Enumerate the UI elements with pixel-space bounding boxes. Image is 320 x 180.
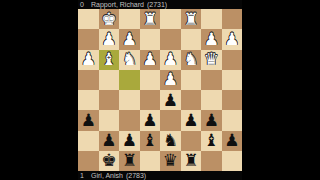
bottom-player-rating: (2783) — [126, 171, 146, 180]
black-pawn-g7[interactable]: ♟ — [101, 132, 116, 149]
black-king-g8[interactable]: ♚ — [101, 152, 116, 169]
square-f6[interactable] — [119, 110, 140, 130]
square-f3[interactable]: ♞ — [119, 50, 140, 70]
square-g3[interactable]: ♝ — [99, 50, 120, 70]
square-h7[interactable] — [78, 131, 99, 151]
square-d7[interactable]: ♞ — [160, 131, 181, 151]
square-e5[interactable] — [140, 90, 161, 110]
black-pawn-h6[interactable]: ♟ — [81, 111, 96, 128]
square-a7[interactable]: ♟ — [222, 131, 243, 151]
white-king-g1[interactable]: ♚ — [101, 10, 116, 27]
square-f5[interactable] — [119, 90, 140, 110]
letterbox-left — [0, 0, 78, 180]
square-h6[interactable]: ♟ — [78, 110, 99, 130]
black-bishop-e7[interactable]: ♝ — [142, 132, 157, 149]
square-g2[interactable]: ♟ — [99, 29, 120, 49]
square-b8[interactable] — [201, 151, 222, 171]
square-g4[interactable] — [99, 70, 120, 90]
black-pawn-f7[interactable]: ♟ — [122, 132, 137, 149]
white-pawn-g2[interactable]: ♟ — [101, 30, 116, 47]
black-knight-d7[interactable]: ♞ — [163, 132, 178, 149]
white-pawn-h3[interactable]: ♟ — [81, 51, 96, 68]
square-e3[interactable]: ♟ — [140, 50, 161, 70]
square-b7[interactable]: ♝ — [201, 131, 222, 151]
letterbox-right — [242, 0, 320, 180]
white-bishop-g3[interactable]: ♝ — [101, 51, 116, 68]
square-g8[interactable]: ♚ — [99, 151, 120, 171]
square-c5[interactable] — [181, 90, 202, 110]
square-a2[interactable]: ♟ — [222, 29, 243, 49]
player-bar-top: 0 Rapport, Richard (2731) — [78, 0, 242, 9]
square-f7[interactable]: ♟ — [119, 131, 140, 151]
square-b5[interactable] — [201, 90, 222, 110]
bottom-player-name: Giri, Anish — [91, 171, 123, 180]
square-a4[interactable] — [222, 70, 243, 90]
square-h8[interactable] — [78, 151, 99, 171]
video-frame: 0 Rapport, Richard (2731) ♚♜♜♟♟♟♟♟♝♞♟♟♞♛… — [0, 0, 320, 180]
square-d6[interactable] — [160, 110, 181, 130]
white-knight-c3[interactable]: ♞ — [183, 51, 198, 68]
top-player-score: 0 — [78, 0, 91, 9]
square-a3[interactable] — [222, 50, 243, 70]
square-c7[interactable] — [181, 131, 202, 151]
square-f8[interactable]: ♜ — [119, 151, 140, 171]
square-c2[interactable] — [181, 29, 202, 49]
white-pawn-f2[interactable]: ♟ — [122, 30, 137, 47]
square-h4[interactable] — [78, 70, 99, 90]
square-d1[interactable] — [160, 9, 181, 29]
square-a6[interactable] — [222, 110, 243, 130]
square-g7[interactable]: ♟ — [99, 131, 120, 151]
square-a5[interactable] — [222, 90, 243, 110]
broadcast-content: 0 Rapport, Richard (2731) ♚♜♜♟♟♟♟♟♝♞♟♟♞♛… — [78, 0, 242, 180]
top-player-rating: (2731) — [147, 0, 167, 9]
square-d3[interactable]: ♟ — [160, 50, 181, 70]
square-b3[interactable]: ♛ — [201, 50, 222, 70]
square-c8[interactable]: ♜ — [181, 151, 202, 171]
square-d8[interactable]: ♛ — [160, 151, 181, 171]
square-d4[interactable]: ♟ — [160, 70, 181, 90]
square-h3[interactable]: ♟ — [78, 50, 99, 70]
square-e4[interactable] — [140, 70, 161, 90]
square-c3[interactable]: ♞ — [181, 50, 202, 70]
white-pawn-b2[interactable]: ♟ — [204, 30, 219, 47]
square-f2[interactable]: ♟ — [119, 29, 140, 49]
square-e8[interactable] — [140, 151, 161, 171]
square-g5[interactable] — [99, 90, 120, 110]
black-bishop-b7[interactable]: ♝ — [204, 132, 219, 149]
square-g1[interactable]: ♚ — [99, 9, 120, 29]
square-h1[interactable] — [78, 9, 99, 29]
square-e2[interactable] — [140, 29, 161, 49]
square-h2[interactable] — [78, 29, 99, 49]
square-c1[interactable]: ♜ — [181, 9, 202, 29]
bottom-player-score: 1 — [78, 171, 91, 180]
white-rook-c1[interactable]: ♜ — [183, 10, 198, 27]
square-b1[interactable] — [201, 9, 222, 29]
black-pawn-d5[interactable]: ♟ — [163, 91, 178, 108]
square-a1[interactable] — [222, 9, 243, 29]
white-pawn-d4[interactable]: ♟ — [163, 71, 178, 88]
white-rook-e1[interactable]: ♜ — [142, 10, 157, 27]
square-f4[interactable] — [119, 70, 140, 90]
white-queen-b3[interactable]: ♛ — [204, 51, 219, 68]
square-d5[interactable]: ♟ — [160, 90, 181, 110]
square-e1[interactable]: ♜ — [140, 9, 161, 29]
square-a8[interactable] — [222, 151, 243, 171]
white-pawn-e3[interactable]: ♟ — [142, 51, 157, 68]
square-b6[interactable]: ♟ — [201, 110, 222, 130]
square-e6[interactable]: ♟ — [140, 110, 161, 130]
square-d2[interactable] — [160, 29, 181, 49]
chess-board: ♚♜♜♟♟♟♟♟♝♞♟♟♞♛♟♟♟♟♟♟♟♟♝♞♝♟♚♜♛♜ — [78, 9, 242, 171]
black-pawn-c6[interactable]: ♟ — [183, 111, 198, 128]
white-knight-f3[interactable]: ♞ — [122, 51, 137, 68]
black-rook-f8[interactable]: ♜ — [122, 152, 137, 169]
square-b4[interactable] — [201, 70, 222, 90]
square-b2[interactable]: ♟ — [201, 29, 222, 49]
white-pawn-d3[interactable]: ♟ — [163, 51, 178, 68]
square-e7[interactable]: ♝ — [140, 131, 161, 151]
player-bar-bottom: 1 Giri, Anish (2783) — [78, 171, 242, 180]
black-pawn-b6[interactable]: ♟ — [204, 111, 219, 128]
black-pawn-e6[interactable]: ♟ — [142, 111, 157, 128]
square-c4[interactable] — [181, 70, 202, 90]
black-rook-c8[interactable]: ♜ — [183, 152, 198, 169]
square-h5[interactable] — [78, 90, 99, 110]
top-player-name: Rapport, Richard — [91, 0, 144, 9]
square-g6[interactable] — [99, 110, 120, 130]
black-queen-d8[interactable]: ♛ — [163, 152, 178, 169]
square-f1[interactable] — [119, 9, 140, 29]
black-pawn-a7[interactable]: ♟ — [224, 132, 239, 149]
square-c6[interactable]: ♟ — [181, 110, 202, 130]
white-pawn-a2[interactable]: ♟ — [224, 30, 239, 47]
